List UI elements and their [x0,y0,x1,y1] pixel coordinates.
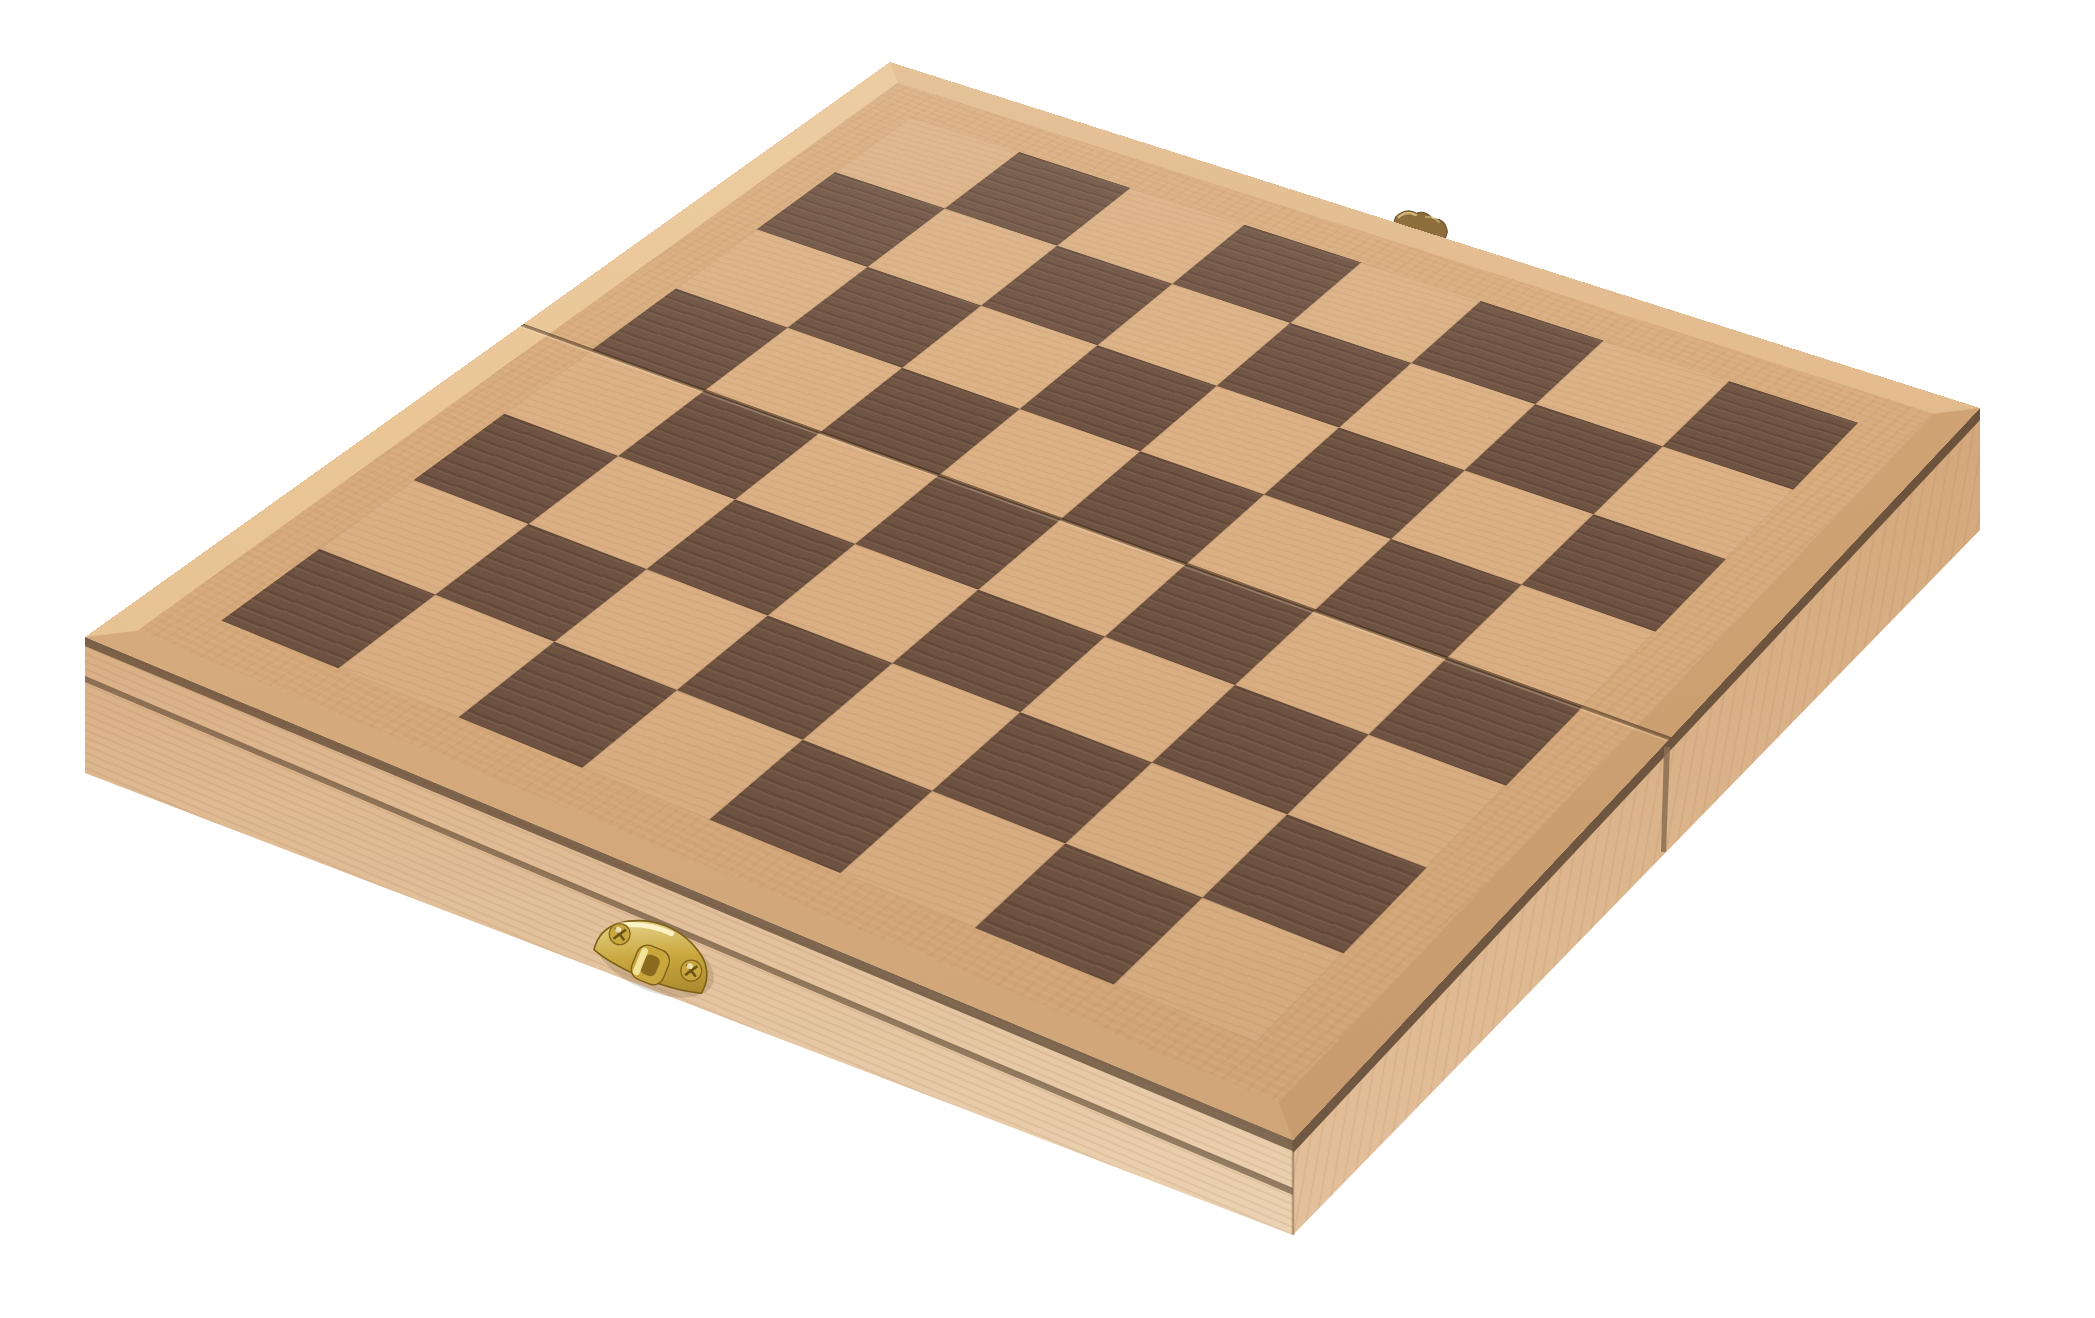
chess-box-product-photo [0,0,2095,1318]
